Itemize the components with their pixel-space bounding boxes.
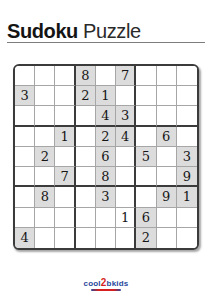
cell-r6c5[interactable]: 8 [96, 167, 116, 187]
cell-r5c7[interactable]: 5 [136, 147, 156, 167]
sudoku-board: 87321431246265378983911642 [13, 64, 199, 250]
cell-r5c1[interactable] [15, 147, 35, 167]
cell-r6c9[interactable]: 9 [177, 167, 197, 187]
cell-r4c8[interactable]: 6 [157, 127, 177, 147]
cell-r9c2[interactable] [35, 228, 55, 248]
logo-part-cool: cool [84, 279, 101, 288]
cell-r3c8[interactable] [157, 106, 177, 126]
cell-r1c7[interactable] [136, 66, 156, 86]
cell-r1c6[interactable]: 7 [116, 66, 136, 86]
logo-tagline-strip [91, 289, 121, 291]
cell-r7c9[interactable]: 1 [177, 187, 197, 207]
cell-r7c4[interactable] [76, 187, 96, 207]
cell-r5c9[interactable]: 3 [177, 147, 197, 167]
cell-r2c2[interactable] [35, 86, 55, 106]
cell-r1c2[interactable] [35, 66, 55, 86]
cell-r1c1[interactable] [15, 66, 35, 86]
cell-r3c1[interactable] [15, 106, 35, 126]
cell-r2c1[interactable]: 3 [15, 86, 35, 106]
cell-r4c1[interactable] [15, 127, 35, 147]
cell-r5c4[interactable] [76, 147, 96, 167]
cell-r2c3[interactable] [55, 86, 75, 106]
page-title-bold: Sudoku [7, 20, 78, 42]
cell-r3c4[interactable] [76, 106, 96, 126]
cell-r6c4[interactable] [76, 167, 96, 187]
cell-r7c8[interactable]: 9 [157, 187, 177, 207]
cell-r5c2[interactable]: 2 [35, 147, 55, 167]
cell-r3c3[interactable] [55, 106, 75, 126]
cell-r1c4[interactable]: 8 [76, 66, 96, 86]
cell-r1c5[interactable] [96, 66, 116, 86]
cell-r5c3[interactable] [55, 147, 75, 167]
cell-r8c9[interactable] [177, 208, 197, 228]
cell-r8c3[interactable] [55, 208, 75, 228]
cell-r9c9[interactable] [177, 228, 197, 248]
cell-r7c3[interactable] [55, 187, 75, 207]
cell-r8c1[interactable] [15, 208, 35, 228]
cell-r8c6[interactable]: 1 [116, 208, 136, 228]
cell-r5c6[interactable] [116, 147, 136, 167]
cell-r4c4[interactable] [76, 127, 96, 147]
title-underline [7, 42, 205, 43]
cell-r4c3[interactable]: 1 [55, 127, 75, 147]
logo-part-bkids: bkids [107, 279, 129, 288]
cell-r7c7[interactable] [136, 187, 156, 207]
cell-r1c3[interactable] [55, 66, 75, 86]
cell-r9c6[interactable] [116, 228, 136, 248]
cell-r2c5[interactable]: 1 [96, 86, 116, 106]
cell-r6c2[interactable] [35, 167, 55, 187]
cell-r6c7[interactable] [136, 167, 156, 187]
cell-r9c3[interactable] [55, 228, 75, 248]
site-logo: cool2bkids [0, 277, 212, 291]
cell-r2c7[interactable] [136, 86, 156, 106]
cell-r9c4[interactable] [76, 228, 96, 248]
cell-r4c7[interactable] [136, 127, 156, 147]
site-logo-text[interactable]: cool2bkids [84, 279, 129, 288]
cell-r3c9[interactable] [177, 106, 197, 126]
cell-r8c4[interactable] [76, 208, 96, 228]
cell-r3c5[interactable]: 4 [96, 106, 116, 126]
cell-r8c7[interactable]: 6 [136, 208, 156, 228]
cell-r6c3[interactable]: 7 [55, 167, 75, 187]
cell-r8c5[interactable] [96, 208, 116, 228]
cell-r7c2[interactable]: 8 [35, 187, 55, 207]
cell-r1c9[interactable] [177, 66, 197, 86]
cell-r7c1[interactable] [15, 187, 35, 207]
cell-r4c6[interactable]: 4 [116, 127, 136, 147]
cell-r3c2[interactable] [35, 106, 55, 126]
cell-r5c8[interactable] [157, 147, 177, 167]
cell-r6c1[interactable] [15, 167, 35, 187]
cell-r7c5[interactable]: 3 [96, 187, 116, 207]
cell-r4c9[interactable] [177, 127, 197, 147]
cell-r1c8[interactable] [157, 66, 177, 86]
cell-r3c6[interactable]: 3 [116, 106, 136, 126]
cell-r4c2[interactable] [35, 127, 55, 147]
cell-r9c7[interactable]: 2 [136, 228, 156, 248]
cell-r8c8[interactable] [157, 208, 177, 228]
cell-r9c1[interactable]: 4 [15, 228, 35, 248]
cell-r9c5[interactable] [96, 228, 116, 248]
cell-r9c8[interactable] [157, 228, 177, 248]
cell-r8c2[interactable] [35, 208, 55, 228]
cell-r3c7[interactable] [136, 106, 156, 126]
cell-r4c5[interactable]: 2 [96, 127, 116, 147]
cell-r7c6[interactable] [116, 187, 136, 207]
cell-r2c8[interactable] [157, 86, 177, 106]
page-title-regular: Puzzle [83, 20, 141, 42]
cell-r6c8[interactable] [157, 167, 177, 187]
cell-r6c6[interactable] [116, 167, 136, 187]
cell-r5c5[interactable]: 6 [96, 147, 116, 167]
cell-r2c6[interactable] [116, 86, 136, 106]
cell-r2c9[interactable] [177, 86, 197, 106]
cell-r2c4[interactable]: 2 [76, 86, 96, 106]
page-title: Sudoku Puzzle [7, 21, 141, 41]
